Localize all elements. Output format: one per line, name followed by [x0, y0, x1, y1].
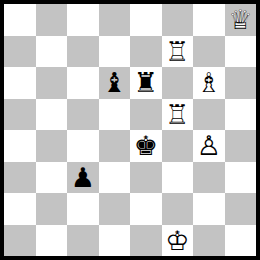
square-e1[interactable] — [130, 225, 162, 257]
white-bishop-glyph: ♗ — [193, 67, 225, 99]
square-d6[interactable]: ♝ — [99, 67, 131, 99]
square-a5[interactable] — [4, 99, 36, 131]
square-f2[interactable] — [162, 193, 194, 225]
square-h6[interactable] — [225, 67, 257, 99]
square-b8[interactable] — [36, 4, 68, 36]
square-b2[interactable] — [36, 193, 68, 225]
square-f5[interactable]: ♜♖ — [162, 99, 194, 131]
square-a1[interactable] — [4, 225, 36, 257]
white-pawn-glyph: ♙ — [193, 130, 225, 162]
piece-black-king[interactable]: ♚ — [130, 130, 162, 162]
square-b3[interactable] — [36, 162, 68, 194]
square-g3[interactable] — [193, 162, 225, 194]
square-g7[interactable] — [193, 36, 225, 68]
square-a7[interactable] — [4, 36, 36, 68]
square-b1[interactable] — [36, 225, 68, 257]
white-rook-glyph: ♖ — [162, 36, 194, 68]
square-b7[interactable] — [36, 36, 68, 68]
square-e5[interactable] — [130, 99, 162, 131]
square-e6[interactable]: ♜ — [130, 67, 162, 99]
square-h5[interactable] — [225, 99, 257, 131]
square-f1[interactable]: ♚♔ — [162, 225, 194, 257]
square-e2[interactable] — [130, 193, 162, 225]
square-d1[interactable] — [99, 225, 131, 257]
square-e8[interactable] — [130, 4, 162, 36]
square-e7[interactable] — [130, 36, 162, 68]
square-c4[interactable] — [67, 130, 99, 162]
square-d2[interactable] — [99, 193, 131, 225]
square-g5[interactable] — [193, 99, 225, 131]
square-g4[interactable]: ♟♙ — [193, 130, 225, 162]
square-c3[interactable]: ♟ — [67, 162, 99, 194]
square-h7[interactable] — [225, 36, 257, 68]
square-d4[interactable] — [99, 130, 131, 162]
white-queen-glyph: ♕ — [225, 4, 257, 36]
square-c6[interactable] — [67, 67, 99, 99]
square-h1[interactable] — [225, 225, 257, 257]
piece-black-rook[interactable]: ♜ — [130, 67, 162, 99]
square-d7[interactable] — [99, 36, 131, 68]
black-rook-glyph: ♜ — [130, 67, 162, 99]
piece-white-queen[interactable]: ♛♕ — [225, 4, 257, 36]
square-e4[interactable]: ♚ — [130, 130, 162, 162]
square-f8[interactable] — [162, 4, 194, 36]
square-a3[interactable] — [4, 162, 36, 194]
square-h8[interactable]: ♛♕ — [225, 4, 257, 36]
square-f3[interactable] — [162, 162, 194, 194]
square-b5[interactable] — [36, 99, 68, 131]
square-g6[interactable]: ♝♗ — [193, 67, 225, 99]
square-h3[interactable] — [225, 162, 257, 194]
square-c7[interactable] — [67, 36, 99, 68]
square-g8[interactable] — [193, 4, 225, 36]
white-king-glyph: ♔ — [162, 225, 194, 257]
square-d3[interactable] — [99, 162, 131, 194]
square-c1[interactable] — [67, 225, 99, 257]
square-b6[interactable] — [36, 67, 68, 99]
black-bishop-glyph: ♝ — [99, 67, 131, 99]
chess-board: ♛♕♜♖♝♜♝♗♜♖♚♟♙♟♚♔ — [0, 0, 260, 260]
piece-white-rook[interactable]: ♜♖ — [162, 99, 194, 131]
square-c5[interactable] — [67, 99, 99, 131]
piece-white-pawn[interactable]: ♟♙ — [193, 130, 225, 162]
square-c2[interactable] — [67, 193, 99, 225]
square-d8[interactable] — [99, 4, 131, 36]
piece-white-bishop[interactable]: ♝♗ — [193, 67, 225, 99]
white-rook-glyph: ♖ — [162, 99, 194, 131]
square-e3[interactable] — [130, 162, 162, 194]
square-a8[interactable] — [4, 4, 36, 36]
piece-white-rook[interactable]: ♜♖ — [162, 36, 194, 68]
square-b4[interactable] — [36, 130, 68, 162]
square-a2[interactable] — [4, 193, 36, 225]
square-c8[interactable] — [67, 4, 99, 36]
square-h2[interactable] — [225, 193, 257, 225]
square-f7[interactable]: ♜♖ — [162, 36, 194, 68]
square-a6[interactable] — [4, 67, 36, 99]
square-g2[interactable] — [193, 193, 225, 225]
black-king-glyph: ♚ — [130, 130, 162, 162]
piece-black-pawn[interactable]: ♟ — [67, 162, 99, 194]
piece-black-bishop[interactable]: ♝ — [99, 67, 131, 99]
square-g1[interactable] — [193, 225, 225, 257]
square-f4[interactable] — [162, 130, 194, 162]
black-pawn-glyph: ♟ — [67, 162, 99, 194]
square-d5[interactable] — [99, 99, 131, 131]
square-h4[interactable] — [225, 130, 257, 162]
square-f6[interactable] — [162, 67, 194, 99]
square-a4[interactable] — [4, 130, 36, 162]
piece-white-king[interactable]: ♚♔ — [162, 225, 194, 257]
